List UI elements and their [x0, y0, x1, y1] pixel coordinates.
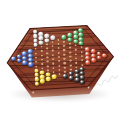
watermark: [92, 70, 120, 88]
hole[interactable]: [52, 67, 54, 69]
hole[interactable]: [41, 59, 43, 61]
hole[interactable]: [64, 58, 66, 60]
marble-red[interactable]: [102, 53, 107, 58]
hole[interactable]: [64, 71, 66, 73]
hole[interactable]: [57, 39, 59, 41]
hole[interactable]: [80, 51, 82, 53]
hole[interactable]: [41, 67, 43, 69]
marble-white[interactable]: [39, 40, 44, 45]
hole[interactable]: [58, 73, 60, 75]
marble-yellow[interactable]: [40, 79, 45, 84]
hole[interactable]: [52, 54, 54, 56]
hole[interactable]: [69, 47, 71, 49]
marble-green[interactable]: [67, 37, 72, 42]
hole[interactable]: [64, 66, 66, 68]
marble-white[interactable]: [33, 43, 38, 48]
hole[interactable]: [75, 57, 77, 59]
marble-black[interactable]: [69, 76, 74, 81]
hole[interactable]: [47, 69, 49, 71]
hole[interactable]: [58, 52, 60, 54]
hole[interactable]: [63, 41, 65, 43]
hole[interactable]: [69, 51, 71, 53]
hole[interactable]: [52, 63, 54, 65]
hole[interactable]: [75, 49, 77, 51]
marble-red[interactable]: [97, 55, 102, 60]
hole[interactable]: [51, 41, 53, 43]
marble-blue[interactable]: [28, 62, 33, 67]
hole[interactable]: [75, 62, 77, 64]
hole[interactable]: [64, 62, 66, 64]
chinese-checkers-board: [0, 0, 120, 120]
hole[interactable]: [46, 43, 48, 45]
hole[interactable]: [46, 48, 48, 50]
hole[interactable]: [35, 52, 37, 54]
hole[interactable]: [81, 55, 83, 57]
marble-red[interactable]: [91, 58, 96, 63]
hole[interactable]: [69, 55, 71, 57]
hole[interactable]: [52, 58, 54, 60]
hole[interactable]: [57, 43, 59, 45]
marble-yellow[interactable]: [51, 74, 56, 79]
hole[interactable]: [58, 56, 60, 58]
hole[interactable]: [40, 54, 42, 56]
hole[interactable]: [35, 57, 37, 59]
hole[interactable]: [81, 59, 83, 61]
hole[interactable]: [52, 45, 54, 47]
hole[interactable]: [41, 63, 43, 65]
marble-white[interactable]: [44, 38, 49, 43]
hole[interactable]: [46, 56, 48, 58]
marble-white[interactable]: [50, 36, 55, 41]
marble-black[interactable]: [80, 80, 85, 85]
hole[interactable]: [52, 50, 54, 52]
hole[interactable]: [80, 46, 82, 48]
marble-green[interactable]: [62, 35, 67, 40]
hole[interactable]: [63, 49, 65, 51]
marble-black[interactable]: [74, 78, 79, 83]
hole[interactable]: [46, 52, 48, 54]
hole[interactable]: [40, 46, 42, 48]
product-photo: [0, 0, 120, 120]
marble-green[interactable]: [79, 41, 84, 46]
marble-blue[interactable]: [17, 58, 22, 63]
hole[interactable]: [74, 45, 76, 47]
hole[interactable]: [69, 64, 71, 66]
hole[interactable]: [53, 71, 55, 73]
marble-black[interactable]: [63, 74, 68, 79]
hole[interactable]: [57, 47, 59, 49]
marble-yellow[interactable]: [46, 77, 51, 82]
hole[interactable]: [46, 61, 48, 63]
board-holes-layer: [0, 0, 120, 120]
hole[interactable]: [69, 43, 71, 45]
hole[interactable]: [58, 64, 60, 66]
marble-blue[interactable]: [11, 56, 16, 61]
hole[interactable]: [70, 68, 72, 70]
marble-yellow[interactable]: [35, 81, 40, 86]
hole[interactable]: [75, 66, 77, 68]
hole[interactable]: [35, 65, 37, 67]
marble-green[interactable]: [73, 39, 78, 44]
hole[interactable]: [40, 50, 42, 52]
hole[interactable]: [63, 54, 65, 56]
hole[interactable]: [35, 48, 37, 50]
hole[interactable]: [58, 60, 60, 62]
marble-blue[interactable]: [22, 60, 27, 65]
hole[interactable]: [47, 65, 49, 67]
hole[interactable]: [63, 45, 65, 47]
hole[interactable]: [69, 60, 71, 62]
hole[interactable]: [35, 61, 37, 63]
hole[interactable]: [81, 64, 83, 66]
hole[interactable]: [58, 69, 60, 71]
marble-red[interactable]: [85, 60, 90, 65]
hole[interactable]: [75, 53, 77, 55]
